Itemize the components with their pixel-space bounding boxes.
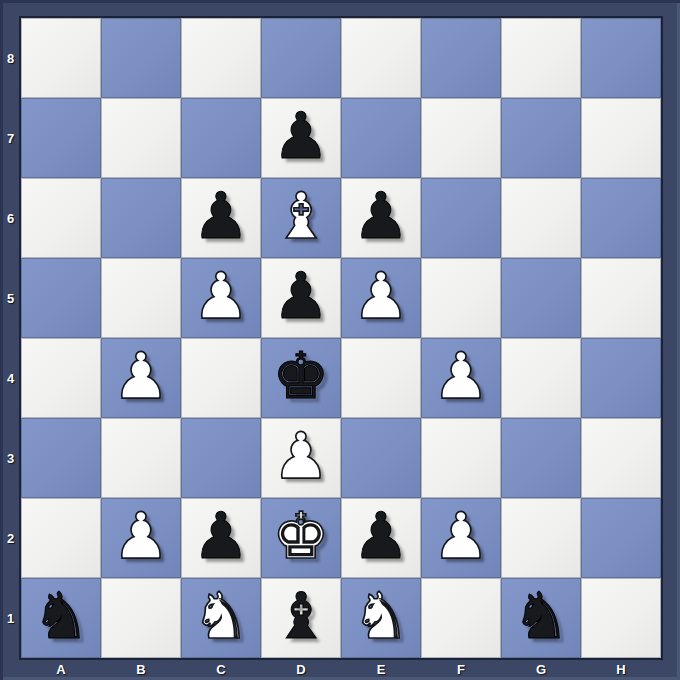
rank-label-6: 6 [0,178,21,258]
white-bishop-d6[interactable]: ♝ [272,184,329,248]
white-pawn-c5[interactable]: ♟ [192,264,249,328]
rank-label-4: 4 [0,338,21,418]
black-pawn-d5[interactable]: ♟ [272,264,329,328]
square-b5[interactable] [101,258,181,338]
file-label-a: A [21,658,101,680]
rank-label-7: 7 [0,98,21,178]
square-e6[interactable]: ♟ [341,178,421,258]
square-h1[interactable] [581,578,661,658]
square-d5[interactable]: ♟ [261,258,341,338]
square-c6[interactable]: ♟ [181,178,261,258]
black-knight-a1[interactable]: ♞ [32,584,89,648]
white-knight-e1[interactable]: ♞ [352,584,409,648]
square-b8[interactable] [101,18,181,98]
white-pawn-f2[interactable]: ♟ [432,504,489,568]
square-f6[interactable] [421,178,501,258]
board-grid: ♟♟♝♟♟♟♟♟♚♟♟♟♟♚♟♟♞♞♝♞♞ [21,18,661,658]
square-h4[interactable] [581,338,661,418]
square-d3[interactable]: ♟ [261,418,341,498]
square-h6[interactable] [581,178,661,258]
file-labels: ABCDEFGH [21,658,661,680]
square-g3[interactable] [501,418,581,498]
square-d4[interactable]: ♚ [261,338,341,418]
rank-label-1: 1 [0,578,21,658]
square-f8[interactable] [421,18,501,98]
file-label-f: F [421,658,501,680]
rank-label-2: 2 [0,498,21,578]
black-pawn-e2[interactable]: ♟ [352,504,409,568]
square-c1[interactable]: ♞ [181,578,261,658]
rank-label-8: 8 [0,18,21,98]
square-h5[interactable] [581,258,661,338]
square-e3[interactable] [341,418,421,498]
square-e4[interactable] [341,338,421,418]
rank-label-3: 3 [0,418,21,498]
square-g2[interactable] [501,498,581,578]
square-d6[interactable]: ♝ [261,178,341,258]
black-pawn-e6[interactable]: ♟ [352,184,409,248]
square-c8[interactable] [181,18,261,98]
white-knight-c1[interactable]: ♞ [192,584,249,648]
rank-label-5: 5 [0,258,21,338]
square-a8[interactable] [21,18,101,98]
square-a3[interactable] [21,418,101,498]
square-e2[interactable]: ♟ [341,498,421,578]
square-c5[interactable]: ♟ [181,258,261,338]
file-label-b: B [101,658,181,680]
square-f1[interactable] [421,578,501,658]
square-g7[interactable] [501,98,581,178]
square-h8[interactable] [581,18,661,98]
square-b7[interactable] [101,98,181,178]
file-label-c: C [181,658,261,680]
square-f5[interactable] [421,258,501,338]
square-f2[interactable]: ♟ [421,498,501,578]
square-e1[interactable]: ♞ [341,578,421,658]
square-g6[interactable] [501,178,581,258]
square-f3[interactable] [421,418,501,498]
square-a1[interactable]: ♞ [21,578,101,658]
black-pawn-c6[interactable]: ♟ [192,184,249,248]
square-b1[interactable] [101,578,181,658]
square-b2[interactable]: ♟ [101,498,181,578]
square-g5[interactable] [501,258,581,338]
square-b4[interactable]: ♟ [101,338,181,418]
chess-board: 87654321 ♟♟♝♟♟♟♟♟♚♟♟♟♟♚♟♟♞♞♝♞♞ ABCDEFGH [0,0,680,680]
white-pawn-d3[interactable]: ♟ [272,424,329,488]
black-knight-g1[interactable]: ♞ [512,584,569,648]
square-a4[interactable] [21,338,101,418]
square-d7[interactable]: ♟ [261,98,341,178]
square-e7[interactable] [341,98,421,178]
square-d2[interactable]: ♚ [261,498,341,578]
square-d1[interactable]: ♝ [261,578,341,658]
white-pawn-b2[interactable]: ♟ [112,504,169,568]
white-king-d2[interactable]: ♚ [272,504,329,568]
square-g1[interactable]: ♞ [501,578,581,658]
square-e8[interactable] [341,18,421,98]
white-pawn-e5[interactable]: ♟ [352,264,409,328]
file-label-g: G [501,658,581,680]
square-h2[interactable] [581,498,661,578]
square-c7[interactable] [181,98,261,178]
square-c2[interactable]: ♟ [181,498,261,578]
white-pawn-b4[interactable]: ♟ [112,344,169,408]
square-b3[interactable] [101,418,181,498]
black-pawn-c2[interactable]: ♟ [192,504,249,568]
square-c4[interactable] [181,338,261,418]
file-label-h: H [581,658,661,680]
square-g4[interactable] [501,338,581,418]
square-g8[interactable] [501,18,581,98]
square-b6[interactable] [101,178,181,258]
black-king-d4[interactable]: ♚ [272,344,329,408]
file-label-e: E [341,658,421,680]
black-pawn-d7[interactable]: ♟ [272,104,329,168]
square-a5[interactable] [21,258,101,338]
black-bishop-d1[interactable]: ♝ [272,584,329,648]
square-a7[interactable] [21,98,101,178]
square-h3[interactable] [581,418,661,498]
square-c3[interactable] [181,418,261,498]
white-pawn-f4[interactable]: ♟ [432,344,489,408]
square-f4[interactable]: ♟ [421,338,501,418]
rank-labels: 87654321 [0,18,21,658]
file-label-d: D [261,658,341,680]
square-h7[interactable] [581,98,661,178]
square-d8[interactable] [261,18,341,98]
square-a2[interactable] [21,498,101,578]
square-a6[interactable] [21,178,101,258]
square-f7[interactable] [421,98,501,178]
square-e5[interactable]: ♟ [341,258,421,338]
